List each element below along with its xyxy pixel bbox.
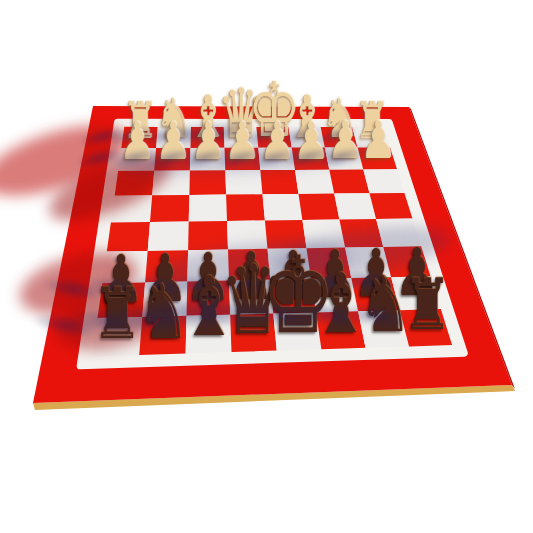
scene: ♜♞♝♛♚♝♞♜♟♟♟♟♟♟♟♟♟♟♟♟♟♟♟♟♜♞♝♛♚♝♞♜ (0, 0, 533, 533)
pieces-layer: ♜♞♝♛♚♝♞♜♟♟♟♟♟♟♟♟♟♟♟♟♟♟♟♟♜♞♝♛♚♝♞♜ (0, 0, 533, 533)
piece-dark-rook-h1[interactable]: ♜ (402, 270, 452, 341)
piece-light-pawn-h7[interactable]: ♟ (360, 116, 396, 168)
